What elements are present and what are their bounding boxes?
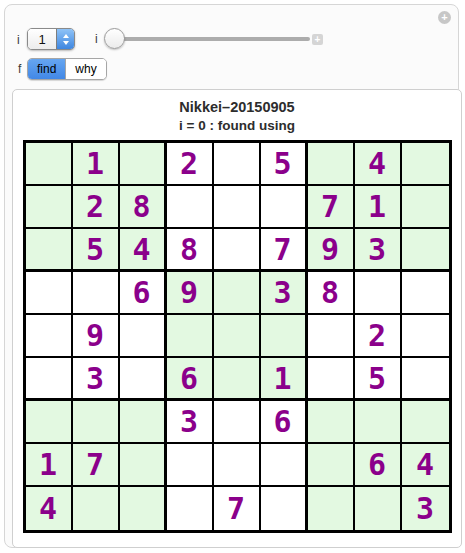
sudoku-cell: 3 [73,358,120,401]
sudoku-cell [214,358,261,401]
sudoku-cell [26,272,73,315]
sudoku-cell [402,229,449,272]
sudoku-cell: 1 [355,186,402,229]
sudoku-cell [26,358,73,401]
sudoku-cell [308,444,355,487]
sudoku-cell: 3 [402,487,449,530]
manipulate-menu-plus-icon[interactable]: + [438,11,451,24]
sudoku-cell [261,186,308,229]
puzzle-title: Nikkei–20150905 [13,99,461,115]
sudoku-cell: 5 [355,358,402,401]
sudoku-cell [73,487,120,530]
sudoku-cell: 1 [261,358,308,401]
sudoku-cell [402,272,449,315]
manipulate-panel: + i 1 i + f find why Nikkei–20150905 i =… [4,4,459,548]
sudoku-cell: 6 [167,358,214,401]
sudoku-cell: 7 [261,229,308,272]
sudoku-cell [402,143,449,186]
sudoku-cell: 9 [73,315,120,358]
sudoku-cell: 6 [355,444,402,487]
sudoku-cell [214,444,261,487]
sudoku-cell [355,272,402,315]
sudoku-cell [214,143,261,186]
stepper-down-icon[interactable] [63,41,69,45]
sudoku-cell: 4 [355,143,402,186]
i-slider-label: i [95,32,98,46]
sudoku-cell [26,315,73,358]
sudoku-cell: 6 [120,272,167,315]
sudoku-cell [26,229,73,272]
sudoku-cell: 7 [214,487,261,530]
sudoku-cell [120,143,167,186]
sudoku-cell [26,401,73,444]
sudoku-cell [261,487,308,530]
sudoku-cell: 8 [167,229,214,272]
sudoku-cell: 2 [355,315,402,358]
sudoku-cell: 4 [402,444,449,487]
sudoku-cell [167,487,214,530]
sudoku-cell [214,272,261,315]
i-popup-value: 1 [28,29,56,49]
sudoku-cell [214,315,261,358]
sudoku-cell [308,143,355,186]
sudoku-cell [26,186,73,229]
sudoku-cell: 4 [26,487,73,530]
display-pane: Nikkei–20150905 i = 0 : found using 1254… [12,89,462,548]
sudoku-cell [167,444,214,487]
sudoku-cell: 5 [261,143,308,186]
sudoku-cell [308,401,355,444]
sudoku-cell [308,358,355,401]
sudoku-cell [73,401,120,444]
sudoku-cell [120,358,167,401]
sudoku-cell [214,229,261,272]
sudoku-cell [214,186,261,229]
setter-button-find[interactable]: find [28,59,65,79]
sudoku-cell: 1 [73,143,120,186]
f-setter-bar: find why [27,58,107,80]
setter-button-why[interactable]: why [65,59,105,79]
sudoku-cell [26,143,73,186]
sudoku-cell [214,401,261,444]
sudoku-cell: 3 [167,401,214,444]
sudoku-cell: 8 [120,186,167,229]
sudoku-cell [402,401,449,444]
f-setter-label: f [18,62,21,76]
sudoku-cell [261,315,308,358]
i-popup[interactable]: 1 [27,28,75,50]
sudoku-cell [120,444,167,487]
sudoku-cell [120,315,167,358]
sudoku-cell [73,272,120,315]
sudoku-cell: 7 [73,444,120,487]
sudoku-cell [167,315,214,358]
i-popup-stepper[interactable] [56,29,74,49]
sudoku-cell [120,487,167,530]
sudoku-cell [402,315,449,358]
sudoku-cell: 4 [120,229,167,272]
sudoku-cell: 3 [355,229,402,272]
sudoku-cell [308,487,355,530]
puzzle-subtitle: i = 0 : found using [13,118,461,133]
sudoku-cell: 2 [73,186,120,229]
sudoku-cell: 3 [261,272,308,315]
sudoku-cell [355,487,402,530]
sudoku-cell [355,401,402,444]
sudoku-cell: 6 [261,401,308,444]
sudoku-cell: 9 [308,229,355,272]
sudoku-cell [402,358,449,401]
slider-thumb[interactable] [104,28,125,49]
i-slider[interactable] [109,37,310,41]
slider-expand-plus-icon[interactable]: + [312,34,323,45]
sudoku-cell: 2 [167,143,214,186]
sudoku-cell: 9 [167,272,214,315]
sudoku-cell: 1 [26,444,73,487]
sudoku-cell [308,315,355,358]
sudoku-cell: 8 [308,272,355,315]
sudoku-cell: 7 [308,186,355,229]
stepper-up-icon[interactable] [63,34,69,38]
sudoku-cell [261,444,308,487]
sudoku-board: 125428715487936938923615361764473 [23,140,452,533]
sudoku-cell [120,401,167,444]
sudoku-cell: 5 [73,229,120,272]
sudoku-cell [402,186,449,229]
i-popup-label: i [17,33,20,47]
sudoku-cell [167,186,214,229]
